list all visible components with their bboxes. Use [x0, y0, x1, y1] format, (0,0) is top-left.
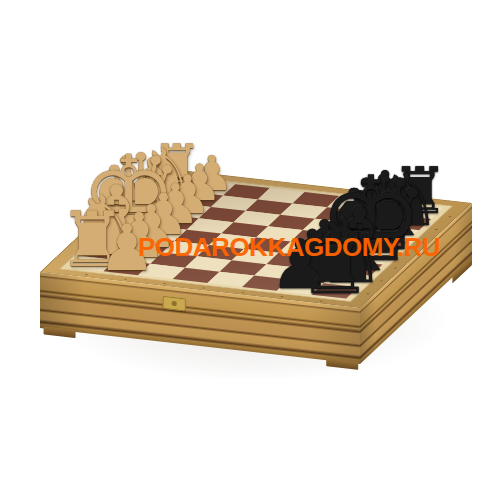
watermark-text: PODAROKKAGDOMY.RU — [138, 234, 440, 260]
piece-black-pawn-a7: ♟ — [362, 165, 409, 217]
piece-white-rook-a1: ♜ — [152, 137, 203, 194]
piece-white-pawn-d2: ♟ — [151, 177, 200, 232]
piece-white-knight-g1: ♞ — [68, 185, 142, 267]
piece-white-queen-d1: ♛ — [99, 142, 182, 235]
piece-white-pawn-a2: ♟ — [190, 149, 233, 197]
piece-white-pawn-c2: ♟ — [164, 167, 212, 220]
piece-white-rook-h1: ♜ — [58, 201, 126, 277]
piece-black-rook-a8: ♜ — [391, 159, 448, 223]
piece-black-pawn-b7: ♟ — [349, 175, 397, 229]
piece-black-knight-b8: ♞ — [375, 162, 441, 236]
piece-white-pawn-b2: ♟ — [177, 158, 222, 208]
chess-set-photo: ♜♞♝♛♚♝♞♜♟♟♟♟♟♟♟♟♟♟♟♟♟♟♟♟♜♞♝♛♚♝♞♜ PODAROK… — [0, 0, 500, 500]
piece-white-knight-b1: ♞ — [135, 140, 195, 207]
piece-white-bishop-c1: ♝ — [121, 149, 185, 220]
